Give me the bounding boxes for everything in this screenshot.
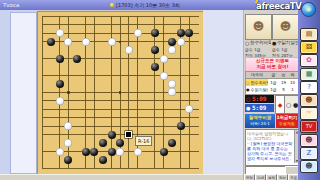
chat-toolbar-button[interactable]: 인쇄 (255, 174, 266, 180)
globe-icon[interactable]: ◉ (301, 2, 316, 17)
white-stone (116, 148, 124, 156)
white-stone (108, 38, 116, 46)
ad-blue-line1: 철벽수비왕 (245, 114, 275, 121)
white-stone (160, 55, 168, 63)
black-stone (73, 55, 81, 63)
ad-blue-line2: 바둑i 24-1 (245, 121, 275, 126)
black-clock: ●5:09 (245, 104, 274, 112)
player-list-cell: ○ 한수위바둑 (246, 79, 268, 86)
window-title: Tvoca (3, 2, 19, 8)
chat-toolbar-button[interactable]: 정보 (277, 174, 288, 180)
left-sidebar (0, 10, 37, 174)
afreecatv-watermark: afreecaTV (256, 1, 302, 11)
room-info-text: [1703] 속기 10분 30초 3회 (116, 2, 180, 8)
white-stone (56, 29, 64, 37)
player-list-cell: 19 (279, 79, 288, 86)
dice-icon[interactable]: ⚄ (300, 41, 318, 54)
bottom-bar (0, 174, 243, 180)
book-icon[interactable]: ▤ (300, 28, 318, 41)
black-stone (56, 55, 64, 63)
chat-messages: 대국실에 입장하였습니다. (IC2TUC) ·· [필독] 공정한 대국문화를… (247, 131, 293, 166)
black-stone (151, 46, 159, 54)
white-capture-icon: ○ (285, 96, 292, 113)
black-stone (108, 148, 116, 156)
player-list-cell: 1급 (268, 86, 279, 93)
ad-red-line1: 1위굳히기 (276, 114, 298, 121)
white-player-avatar: ☻ (245, 14, 272, 40)
chat-notice-message: ·· [필독] 공정한 대국문화를 위해 대국 중 훈수는 삼가해 주시고, 문… (247, 141, 293, 166)
hand-icon[interactable]: ☞ (300, 107, 318, 120)
player-list-header-cell: 급 (268, 72, 279, 78)
chat-toolbar: 저장인쇄설정정보종료 (244, 174, 299, 180)
info-panel: ☻ ☻ ○한수위바둑 ●수읽기달인 급수 1급전적 345승승률 62% 급수 … (243, 10, 299, 180)
chat-box: 대국실에 입장하였습니다. (IC2TUC) ·· [필독] 공정한 대국문화를… (245, 129, 300, 166)
white-stone (82, 38, 90, 46)
chat-toolbar-button[interactable]: 저장 (244, 174, 255, 180)
player-list-cell: 1급 (268, 79, 279, 86)
ad-banner-blue[interactable]: 철벽수비왕 바둑i 24-1 (245, 114, 275, 128)
white-stone (177, 38, 185, 46)
black-player-name: 수읽기달인 (277, 40, 298, 45)
avatar2-icon[interactable]: ☻ (300, 134, 318, 147)
black-stone (47, 38, 55, 46)
player-list-cell: ● 수읽기달인 (246, 86, 268, 93)
player-list-header-cell: 승 (279, 72, 288, 78)
watermark-text: afreecaTV (256, 1, 302, 11)
black-stone (151, 63, 159, 71)
avatar3-icon[interactable]: ☻ (300, 160, 318, 173)
player-list-cell: 1 (288, 86, 297, 93)
black-stone-icon: ● (246, 104, 251, 112)
black-stone (160, 148, 168, 156)
app-window: Tvoca [1703] 속기 10분 30초 3회 R-16 ☻ ☻ ○한수위… (0, 0, 320, 180)
white-stone (56, 148, 64, 156)
room-status-icon (110, 3, 114, 7)
player-list-header-cell: 대국자 (246, 72, 268, 78)
player-list-cell: 10 (288, 79, 297, 86)
gallery-icon[interactable]: ▦ (300, 68, 318, 81)
go-board[interactable]: R-16 (37, 11, 204, 175)
black-stone (168, 38, 176, 46)
black-time: 5:09 (252, 104, 266, 111)
white-time: 5:09 (252, 95, 266, 102)
white-clock: ○5:09 (245, 95, 274, 103)
black-player-name-row: ●수읽기달인 (272, 40, 298, 46)
black-stone (56, 80, 64, 88)
player-list-cell: 5 (279, 86, 288, 93)
black-stone (99, 156, 107, 164)
player-list-row[interactable]: ● 수읽기달인1급51 (246, 86, 299, 93)
help-icon[interactable]: ? (300, 81, 318, 94)
white-player-name: 한수위바둑 (250, 40, 271, 45)
ad-red-line2: 무료체험 (276, 121, 298, 126)
move-tooltip: R-16 (135, 136, 152, 146)
white-stone-icon: ○ (246, 95, 251, 103)
window-background (203, 10, 243, 174)
black-stone (108, 131, 116, 139)
chat-system-message: 대국실에 입장하였습니다. (IC2TUC) (247, 131, 293, 141)
flower-icon[interactable]: ✿ (300, 54, 318, 67)
event-banner[interactable]: 신규오픈 이벤트 지금 바로 참여! (245, 57, 300, 72)
black-player-avatar: ☻ (272, 14, 299, 40)
player-list: 대국자급승패 ○ 한수위바둑1급1910● 수읽기달인1급51 (245, 71, 300, 95)
white-stone (56, 97, 64, 105)
black-stone (90, 148, 98, 156)
white-player-name-row: ○한수위바둑 (245, 40, 271, 46)
white-stone (134, 148, 142, 156)
star-point (67, 91, 69, 93)
event-banner-line2: 지금 바로 참여! (246, 64, 299, 70)
player-list-header: 대국자급승패 (246, 72, 299, 79)
avatar1-icon[interactable]: ☻ (300, 94, 318, 107)
white-stone (160, 72, 168, 80)
chat-toolbar-button[interactable]: 설정 (266, 174, 277, 180)
sleep-icon[interactable]: Z (300, 147, 318, 160)
left-sidebar-panel (10, 12, 37, 174)
player-list-row[interactable]: ○ 한수위바둑1급1910 (246, 79, 299, 86)
player-list-header-cell: 패 (288, 72, 297, 78)
right-toolbar: ◉ ▤⚄✿▦?☻☞TV☻Z☻ (298, 0, 320, 180)
black-stone (82, 148, 90, 156)
live-icon[interactable]: TV (300, 120, 318, 133)
last-move-marker (125, 131, 132, 138)
ad-banner-red[interactable]: 1위굳히기 무료체험 (276, 114, 298, 128)
white-stone (134, 29, 142, 37)
